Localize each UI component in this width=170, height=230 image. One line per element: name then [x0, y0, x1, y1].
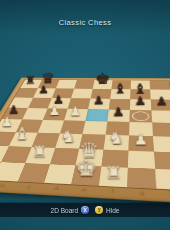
square-c6[interactable]: ♟ — [48, 98, 71, 109]
square-h2[interactable] — [154, 152, 170, 171]
square-g8[interactable] — [131, 80, 150, 89]
square-c2[interactable]: ♜ — [25, 147, 55, 164]
hint-hide-label: Hide — [106, 207, 119, 214]
game-screen: Classic Chess ♜♛♚♟♝♝♟♟♟♟♟♟♟♟♟♝♞♞♟♜♛♚♜ ab… — [0, 0, 170, 230]
file-label-g: g — [127, 187, 157, 199]
board-scene: ♜♛♚♟♝♝♟♟♟♟♟♟♟♟♟♝♞♞♟♜♛♚♜ abcdefgh — [0, 26, 170, 212]
square-h1[interactable] — [155, 169, 170, 190]
square-g3[interactable]: ♟ — [129, 136, 154, 152]
square-e5[interactable] — [85, 109, 108, 121]
square-d6[interactable] — [68, 98, 91, 109]
square-e1[interactable]: ♚ — [71, 165, 101, 185]
square-f2[interactable] — [101, 150, 128, 168]
square-g5[interactable] — [130, 110, 153, 123]
white-rook: ♜ — [27, 143, 51, 159]
controller-y-button-icon[interactable]: Y — [95, 206, 103, 214]
page-title: Classic Chess — [0, 11, 170, 29]
square-d4[interactable] — [60, 120, 86, 134]
hint-2d-board: 2D Board X — [51, 206, 89, 214]
black-rook: ♜ — [22, 75, 40, 87]
file-label-h: h — [156, 189, 170, 201]
square-f7[interactable]: ♝ — [110, 89, 130, 99]
square-f1[interactable]: ♜ — [99, 167, 128, 188]
square-d3[interactable]: ♞ — [55, 133, 82, 148]
file-label-d: d — [41, 183, 71, 194]
square-h6[interactable]: ♟ — [151, 99, 170, 110]
square-f8[interactable] — [112, 80, 131, 89]
square-g6[interactable]: ♟ — [130, 99, 151, 110]
square-f3[interactable]: ♞ — [104, 135, 129, 151]
controller-hint-bar: 2D Board X Y Hide — [0, 203, 170, 217]
square-g7[interactable]: ♝ — [130, 89, 150, 99]
square-e2[interactable]: ♛ — [75, 149, 103, 167]
square-f4[interactable] — [106, 122, 130, 136]
square-e7[interactable] — [90, 89, 111, 99]
hint-2d-board-label: 2D Board — [51, 207, 78, 214]
square-d2[interactable] — [50, 148, 79, 165]
square-d8[interactable] — [74, 80, 95, 89]
file-label-f: f — [98, 186, 128, 198]
square-e3[interactable] — [79, 134, 105, 150]
square-h4[interactable] — [152, 123, 170, 137]
square-h5[interactable] — [151, 110, 170, 123]
square-d7[interactable] — [71, 89, 93, 99]
square-d5[interactable]: ♟ — [64, 109, 88, 121]
white-queen: ♛ — [76, 140, 102, 161]
white-king: ♚ — [72, 157, 99, 180]
black-king: ♚ — [93, 71, 112, 87]
white-rook: ♜ — [99, 164, 127, 182]
square-f5[interactable]: ♟ — [107, 110, 130, 122]
square-h8[interactable] — [150, 81, 170, 90]
square-e8[interactable]: ♚ — [93, 80, 113, 89]
square-a5[interactable]: ♟ — [2, 108, 28, 120]
square-b1[interactable] — [0, 162, 25, 181]
square-h3[interactable] — [153, 136, 170, 152]
chess-board: ♜♛♚♟♝♝♟♟♟♟♟♟♟♟♟♝♞♞♟♜♛♚♜ — [0, 80, 170, 191]
square-e6[interactable]: ♟ — [88, 99, 110, 110]
square-g4[interactable] — [129, 122, 153, 136]
file-label-e: e — [69, 184, 99, 195]
file-label-b: b — [0, 180, 18, 191]
game-title-text: Classic Chess — [59, 18, 112, 27]
controller-x-button-icon[interactable]: X — [81, 206, 89, 214]
square-h7[interactable] — [150, 90, 170, 100]
square-f6[interactable] — [109, 99, 130, 110]
square-g2[interactable] — [128, 151, 155, 169]
black-queen: ♛ — [39, 71, 57, 86]
square-e4[interactable] — [82, 121, 107, 135]
hint-hide: Y Hide — [95, 206, 119, 214]
square-g1[interactable] — [127, 168, 156, 189]
board-frame: ♜♛♚♟♝♝♟♟♟♟♟♟♟♟♟♝♞♞♟♜♛♚♜ abcdefgh — [0, 77, 170, 203]
file-label-c: c — [14, 181, 44, 192]
